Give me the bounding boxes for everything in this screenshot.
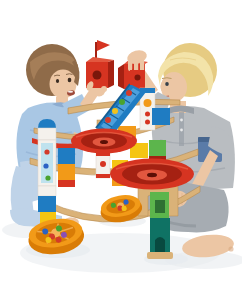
tray-marble xyxy=(55,236,62,243)
flag xyxy=(97,40,110,51)
tray-top xyxy=(27,215,84,250)
ramp-lane xyxy=(101,88,140,131)
window-column-frame xyxy=(38,140,56,186)
control-column-red-band xyxy=(96,152,110,156)
window-marble xyxy=(45,175,50,180)
tray-spokes xyxy=(37,222,75,245)
blue-cube xyxy=(38,196,56,212)
right-child-shirt-fold xyxy=(160,140,200,144)
right-child-toes xyxy=(228,246,233,251)
right-child-denim-pocket-flap xyxy=(198,137,222,142)
blue-dome-cap xyxy=(38,119,56,128)
funnel-rim-highlight xyxy=(76,133,132,138)
right-child-face xyxy=(161,72,187,102)
flag-pole xyxy=(95,42,97,60)
photo-canvas xyxy=(0,0,242,285)
block-columns xyxy=(38,88,178,226)
control-column-blue-band xyxy=(140,88,155,93)
right-child-far-forearm xyxy=(190,150,218,192)
control-column-red-band xyxy=(96,174,110,178)
catch-tray-left xyxy=(26,215,86,257)
right-child-collar xyxy=(168,106,194,115)
right-child-mouth xyxy=(162,96,170,97)
ramp-rungs xyxy=(104,90,136,127)
ramp-top-block-hole xyxy=(135,75,141,81)
right-child-eye xyxy=(165,82,169,86)
yellow-cube xyxy=(40,212,56,226)
teal-cube-arch xyxy=(155,237,165,252)
left-child-hair-fringe xyxy=(30,52,79,80)
light-green-cube xyxy=(150,192,169,218)
left-child-eyebrow xyxy=(54,75,60,76)
control-column-red-dot xyxy=(145,120,150,125)
tray-marble xyxy=(61,231,68,238)
right-child-hand-on-knee xyxy=(166,188,189,210)
left-child-jeans-shin xyxy=(10,208,62,228)
white-control-column xyxy=(96,152,110,178)
left-child-reaching-forearm xyxy=(72,132,94,148)
right-child-shorts xyxy=(146,182,228,232)
wood-base xyxy=(147,252,173,259)
right-child-calf-foot xyxy=(181,232,235,259)
ramp-marble xyxy=(105,117,111,123)
red-cube-hole xyxy=(130,73,139,82)
right-child-finger xyxy=(140,59,144,72)
floor-shadow xyxy=(144,253,188,265)
white-block xyxy=(38,186,56,196)
flag-block-hole xyxy=(93,71,102,80)
right-child-finger xyxy=(128,58,132,71)
floor-shadow xyxy=(165,251,242,269)
white-control-column xyxy=(140,88,155,130)
front-columns xyxy=(147,192,173,259)
right-child-sleeve xyxy=(151,92,170,114)
control-column-red-dot xyxy=(145,112,150,117)
red-slab xyxy=(58,180,75,187)
spiral-funnel-left xyxy=(71,129,137,154)
left-child-fingertip xyxy=(101,86,107,92)
ramp-top-red-block xyxy=(130,70,145,85)
left-child-jeans-hip xyxy=(20,160,52,204)
light-green-cube-window xyxy=(155,200,165,213)
control-column-orange-dot xyxy=(144,99,152,107)
blue-cube xyxy=(58,148,75,164)
window-marble xyxy=(43,163,48,168)
blue-cube xyxy=(152,108,170,125)
floor-shadow xyxy=(2,222,54,238)
hape-logo-dot xyxy=(100,161,106,167)
left-child-thumb xyxy=(85,80,95,92)
red-cube-front xyxy=(124,64,145,89)
tray-hub xyxy=(117,202,125,210)
tray-hub xyxy=(50,228,60,238)
yellow-cube xyxy=(112,160,128,174)
marble-run-structure xyxy=(26,70,200,259)
tray-base xyxy=(99,195,145,226)
window-marble xyxy=(44,149,49,154)
tray-recess xyxy=(105,197,136,216)
funnel-mid xyxy=(81,133,127,150)
funnel-outer xyxy=(71,129,137,154)
funnel-inner xyxy=(137,170,167,181)
red-cube-side xyxy=(118,64,124,89)
funnel-outer xyxy=(110,159,194,190)
left-child-tshirt xyxy=(16,102,83,174)
left-child-eyebrow xyxy=(66,74,73,75)
left-child-shirt-fold xyxy=(30,130,72,134)
held-blocks xyxy=(85,40,148,92)
left-child xyxy=(10,44,106,230)
spiral-funnel-right xyxy=(110,159,194,190)
left-child-jeans-thigh xyxy=(11,166,36,216)
left-child-foot xyxy=(60,216,79,229)
right-child-henley-placket xyxy=(179,112,184,146)
left-child-hair-sidelock xyxy=(72,60,79,86)
marble-stairway-ramp xyxy=(96,70,146,136)
tray-marble xyxy=(110,202,116,208)
wooden-rails xyxy=(30,99,200,222)
tray-marble xyxy=(123,199,129,205)
right-child-extended-forearm xyxy=(134,66,158,96)
funnel-inner xyxy=(93,138,116,147)
tray-marble xyxy=(121,205,127,211)
orange-cube xyxy=(58,164,75,180)
tray-recess xyxy=(34,220,76,245)
yellow-cube xyxy=(130,143,148,158)
white-block xyxy=(38,128,56,140)
orange-cube xyxy=(118,126,136,143)
right-child-denim-pocket xyxy=(198,137,222,162)
wood-post xyxy=(97,120,108,154)
tray-marble xyxy=(42,228,49,235)
left-child-hand xyxy=(93,84,106,97)
right-child-button xyxy=(180,129,183,132)
funnel-rim-highlight xyxy=(116,164,188,170)
funnel-hole xyxy=(147,173,157,177)
right-child-nose xyxy=(160,80,165,91)
left-child-teeth xyxy=(68,91,73,93)
red-rail-segment xyxy=(32,138,88,149)
ramp-body xyxy=(96,84,146,136)
tray-marble xyxy=(117,205,123,211)
orange-cube xyxy=(112,174,128,186)
left-child-mouth xyxy=(67,90,76,97)
left-child-eye xyxy=(68,78,72,82)
funnel-hole xyxy=(100,140,108,144)
right-child-neck xyxy=(170,101,186,113)
flag-block-side xyxy=(108,60,114,88)
green-cube xyxy=(149,140,166,156)
right-child-far-sleeve xyxy=(208,126,232,156)
ramp-marble xyxy=(119,99,125,105)
photo-scene xyxy=(0,0,242,285)
wooden-rail-middle xyxy=(30,149,198,175)
wood-arch xyxy=(138,182,178,216)
right-child-finger xyxy=(134,59,138,73)
tray-base xyxy=(26,218,86,257)
left-child-face xyxy=(50,70,77,99)
tray-top xyxy=(99,192,142,220)
right-child-tshirt xyxy=(152,106,235,192)
ramp-side-rail xyxy=(96,84,130,128)
wooden-rail-lower xyxy=(44,186,200,222)
right-child-finger-lines xyxy=(170,193,182,206)
left-child-hair xyxy=(26,44,78,96)
wooden-rail-top xyxy=(68,99,180,114)
right-child-hair-strand xyxy=(170,58,196,60)
tray-marble xyxy=(45,237,52,244)
right-child-hand xyxy=(126,48,149,66)
red-cube-top xyxy=(124,59,148,64)
ramp-marble xyxy=(112,108,118,114)
flag-block-top xyxy=(86,57,114,62)
tray-marble xyxy=(56,225,63,232)
left-child-collar xyxy=(52,102,70,107)
floor-shadow xyxy=(26,242,90,258)
right-child-hair-fringe xyxy=(158,52,213,96)
window-column-glass xyxy=(41,143,53,183)
catch-tray-middle xyxy=(98,192,144,225)
left-child-eye xyxy=(56,79,59,83)
right-child-shorts-hem xyxy=(150,214,196,226)
floor-shadows xyxy=(2,215,242,273)
ramp-marble xyxy=(126,90,132,96)
dark-red-slab xyxy=(149,156,166,160)
wooden-rail-upper xyxy=(34,117,174,140)
right-child-hair xyxy=(163,43,217,97)
floor-shadow xyxy=(20,233,220,273)
left-child-shirt-fold xyxy=(26,152,76,157)
right-child-shirt-fold xyxy=(158,168,225,172)
right-child-eyebrow xyxy=(162,78,172,79)
left-child-raised-forearm xyxy=(80,86,100,110)
right-child-button xyxy=(180,119,183,122)
teal-cube xyxy=(150,218,170,252)
tray-marble xyxy=(49,233,56,240)
funnel-mid xyxy=(122,164,182,185)
left-child-sleeve xyxy=(62,94,90,120)
flag-block-front xyxy=(86,62,108,88)
right-child xyxy=(134,43,235,260)
left-child-neck xyxy=(56,97,68,106)
floor-shadow xyxy=(98,215,146,227)
